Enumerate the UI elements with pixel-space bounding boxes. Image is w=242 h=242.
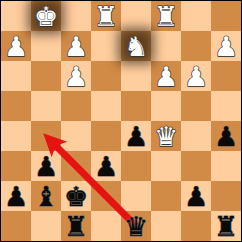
piece-black-pawn[interactable]: ♟ bbox=[181, 181, 211, 211]
piece-white-rook[interactable]: ♜ bbox=[91, 1, 121, 31]
piece-black-rook[interactable]: ♜ bbox=[211, 211, 241, 241]
piece-white-pawn[interactable]: ♟ bbox=[151, 61, 181, 91]
chess-board: ♚♜♜♟♟♞♟♟♟♟♟♛♟♟♟♟♝♚♟♜♛♜ bbox=[1, 1, 241, 241]
piece-black-pawn[interactable]: ♟ bbox=[211, 121, 241, 151]
piece-black-queen[interactable]: ♛ bbox=[121, 211, 151, 241]
piece-layer: ♚♜♜♟♟♞♟♟♟♟♟♛♟♟♟♟♝♚♟♜♛♜ bbox=[1, 1, 241, 241]
piece-white-pawn[interactable]: ♟ bbox=[211, 31, 241, 61]
piece-white-rook[interactable]: ♜ bbox=[151, 1, 181, 31]
piece-black-pawn[interactable]: ♟ bbox=[91, 151, 121, 181]
chess-board-frame: ♚♜♜♟♟♞♟♟♟♟♟♛♟♟♟♟♝♚♟♜♛♜ bbox=[0, 0, 242, 242]
piece-black-bishop[interactable]: ♝ bbox=[31, 181, 61, 211]
piece-white-pawn[interactable]: ♟ bbox=[61, 61, 91, 91]
piece-white-king[interactable]: ♚ bbox=[31, 1, 61, 31]
piece-black-rook[interactable]: ♜ bbox=[61, 211, 91, 241]
piece-black-pawn[interactable]: ♟ bbox=[1, 181, 31, 211]
piece-white-knight[interactable]: ♞ bbox=[121, 31, 151, 61]
piece-black-king[interactable]: ♚ bbox=[61, 181, 91, 211]
piece-white-pawn[interactable]: ♟ bbox=[181, 61, 211, 91]
piece-white-queen[interactable]: ♛ bbox=[151, 121, 181, 151]
piece-white-pawn[interactable]: ♟ bbox=[61, 31, 91, 61]
piece-white-pawn[interactable]: ♟ bbox=[1, 31, 31, 61]
piece-black-pawn[interactable]: ♟ bbox=[31, 151, 61, 181]
piece-black-pawn[interactable]: ♟ bbox=[121, 121, 151, 151]
